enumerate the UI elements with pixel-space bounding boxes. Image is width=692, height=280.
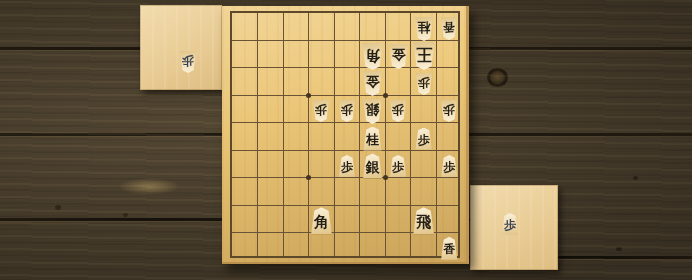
piece-kanji: 銀	[366, 158, 380, 175]
grid-line	[232, 122, 458, 123]
square-8f[interactable]	[258, 150, 284, 177]
square-9c[interactable]	[232, 68, 258, 95]
wood-knot	[55, 205, 61, 210]
square-9a[interactable]	[232, 13, 258, 40]
square-6b[interactable]	[309, 40, 335, 67]
square-7f[interactable]	[283, 150, 309, 177]
piece-kanji: 金	[391, 48, 405, 65]
square-3e[interactable]	[385, 123, 411, 150]
square-6f[interactable]	[309, 150, 335, 177]
komadai-right[interactable]: 歩	[470, 185, 558, 270]
square-8e[interactable]	[258, 123, 284, 150]
grid-line	[232, 95, 458, 96]
square-2f[interactable]	[411, 150, 437, 177]
gote-pawn-in-hand[interactable]: 歩	[179, 51, 197, 73]
square-2i[interactable]	[411, 233, 437, 260]
piece-kanji: 歩	[443, 159, 455, 173]
square-2g[interactable]	[411, 178, 437, 205]
grid-line	[410, 13, 411, 256]
piece-kanji: 桂	[417, 21, 430, 37]
square-6a[interactable]	[309, 13, 335, 40]
piece-kanji: 歩	[418, 76, 430, 90]
board-grid: 桂香角金王金歩歩歩銀歩歩桂歩歩銀歩歩角飛香	[230, 11, 460, 258]
square-1b[interactable]	[436, 40, 462, 67]
grid-line	[334, 13, 335, 256]
square-3a[interactable]	[385, 13, 411, 40]
piece-kanji: 歩	[392, 104, 404, 118]
piece-kanji: 角	[365, 47, 380, 65]
square-5g[interactable]	[334, 178, 360, 205]
piece-kanji: 香	[443, 241, 455, 255]
square-9h[interactable]	[232, 205, 258, 232]
square-4h[interactable]	[360, 205, 386, 232]
piece-kanji: 歩	[315, 104, 327, 118]
wood-grain-highlight	[118, 178, 180, 195]
piece-kanji: 銀	[366, 103, 380, 120]
square-9f[interactable]	[232, 150, 258, 177]
square-7d[interactable]	[283, 95, 309, 122]
square-7a[interactable]	[283, 13, 309, 40]
piece-kanji: 歩	[341, 159, 353, 173]
square-4a[interactable]	[360, 13, 386, 40]
sente-pawn-in-hand[interactable]: 歩	[501, 213, 519, 235]
square-6g[interactable]	[309, 178, 335, 205]
grid-line	[385, 13, 386, 256]
square-3h[interactable]	[385, 205, 411, 232]
grid-line	[308, 13, 309, 256]
wood-knot	[616, 247, 622, 251]
square-1c[interactable]	[436, 68, 462, 95]
square-5i[interactable]	[334, 233, 360, 260]
square-8a[interactable]	[258, 13, 284, 40]
square-8i[interactable]	[258, 233, 284, 260]
piece-kanji: 歩	[504, 217, 516, 231]
square-8c[interactable]	[258, 68, 284, 95]
square-3i[interactable]	[385, 233, 411, 260]
square-7g[interactable]	[283, 178, 309, 205]
square-7h[interactable]	[283, 205, 309, 232]
komadai-left[interactable]: 歩	[140, 5, 222, 90]
hoshi-dot	[383, 175, 388, 180]
grid-line	[232, 177, 458, 178]
square-7e[interactable]	[283, 123, 309, 150]
square-5c[interactable]	[334, 68, 360, 95]
grid-line	[283, 13, 284, 256]
square-3g[interactable]	[385, 178, 411, 205]
square-9b[interactable]	[232, 40, 258, 67]
square-5h[interactable]	[334, 205, 360, 232]
square-2d[interactable]	[411, 95, 437, 122]
piece-kanji: 香	[443, 22, 455, 36]
square-9i[interactable]	[232, 233, 258, 260]
square-7b[interactable]	[283, 40, 309, 67]
square-3c[interactable]	[385, 68, 411, 95]
grid-line	[257, 13, 258, 256]
piece-kanji: 歩	[392, 159, 404, 173]
piece-kanji: 桂	[366, 131, 379, 147]
square-8d[interactable]	[258, 95, 284, 122]
square-7c[interactable]	[283, 68, 309, 95]
grid-line	[436, 13, 437, 256]
square-6e[interactable]	[309, 123, 335, 150]
square-1h[interactable]	[436, 205, 462, 232]
piece-kanji: 金	[366, 75, 380, 92]
wood-knot	[123, 213, 128, 217]
piece-kanji: 歩	[341, 104, 353, 118]
square-9e[interactable]	[232, 123, 258, 150]
square-5b[interactable]	[334, 40, 360, 67]
piece-kanji: 歩	[418, 131, 430, 145]
wood-knot	[633, 176, 638, 180]
square-9d[interactable]	[232, 95, 258, 122]
square-6c[interactable]	[309, 68, 335, 95]
square-9g[interactable]	[232, 178, 258, 205]
piece-kanji: 王	[416, 47, 432, 66]
square-4i[interactable]	[360, 233, 386, 260]
table: 歩 歩 桂香角金王金歩歩歩銀歩歩桂歩歩銀歩歩角飛香	[0, 0, 692, 280]
piece-kanji: 歩	[443, 104, 455, 118]
square-5a[interactable]	[334, 13, 360, 40]
wood-knot	[487, 68, 508, 87]
piece-kanji: 飛	[416, 212, 431, 230]
square-1e[interactable]	[436, 123, 462, 150]
hoshi-dot	[306, 93, 311, 98]
square-4g[interactable]	[360, 178, 386, 205]
piece-kanji: 角	[314, 212, 329, 230]
square-8g[interactable]	[258, 178, 284, 205]
square-1g[interactable]	[436, 178, 462, 205]
square-5e[interactable]	[334, 123, 360, 150]
grid-line	[232, 150, 458, 151]
square-8h[interactable]	[258, 205, 284, 232]
piece-kanji: 歩	[182, 55, 194, 69]
square-8b[interactable]	[258, 40, 284, 67]
grid-line	[359, 13, 360, 256]
square-7i[interactable]	[283, 233, 309, 260]
shogi-board[interactable]: 桂香角金王金歩歩歩銀歩歩桂歩歩銀歩歩角飛香	[222, 6, 469, 264]
grid-line	[232, 205, 458, 206]
square-6i[interactable]	[309, 233, 335, 260]
hoshi-dot	[383, 93, 388, 98]
